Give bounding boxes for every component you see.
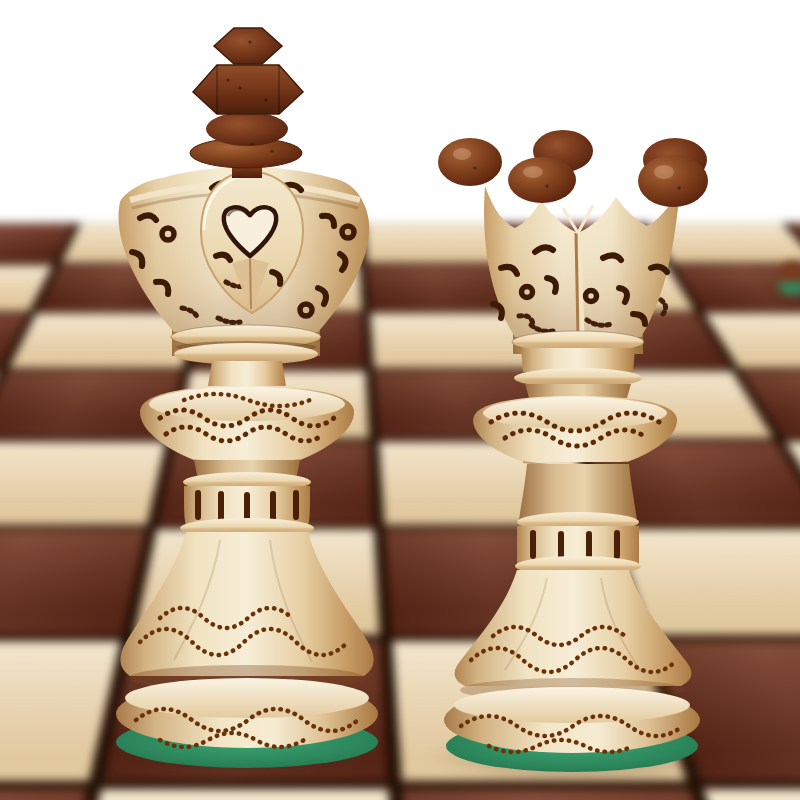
white-king-piece <box>100 20 395 775</box>
queen-collar <box>515 464 641 576</box>
queen-neck-rings <box>512 331 644 398</box>
queen-finial-balls-front <box>473 155 708 207</box>
king-knob <box>140 386 354 465</box>
board-cell <box>0 785 95 800</box>
board-cell <box>50 785 407 800</box>
board-cell <box>695 785 800 800</box>
king-collar <box>180 460 314 538</box>
queen-crown <box>484 186 680 354</box>
king-base <box>116 678 378 768</box>
queen-disk <box>473 396 677 466</box>
king-neck-rings <box>171 325 321 386</box>
white-queen-piece <box>435 120 712 775</box>
king-finial <box>190 28 303 178</box>
queen-base <box>444 687 700 772</box>
king-bell <box>120 532 373 691</box>
queen-bell <box>455 570 692 702</box>
photo-scene <box>0 0 800 800</box>
distant-piece-blur <box>779 262 800 295</box>
